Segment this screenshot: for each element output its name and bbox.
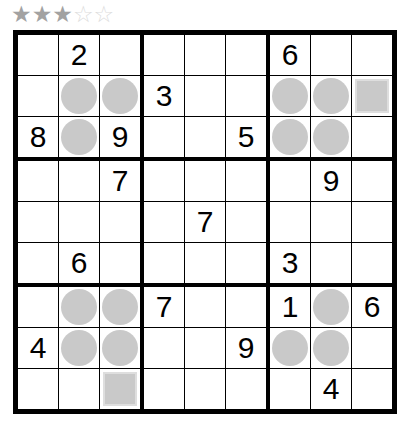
cell-r2c3[interactable] <box>100 76 144 117</box>
cell-r3c1[interactable]: 8 <box>18 117 59 161</box>
cell-r1c8[interactable] <box>311 35 352 76</box>
cell-r6c7[interactable]: 3 <box>270 243 311 287</box>
odd-circle-marker <box>61 78 97 114</box>
star-filled-icon: ★ <box>52 0 73 28</box>
given-digit: 4 <box>323 374 340 404</box>
star-empty-icon: ☆ <box>94 0 115 28</box>
cell-r9c9[interactable] <box>352 369 392 409</box>
cell-r9c3[interactable] <box>100 369 144 409</box>
cell-r6c1[interactable] <box>18 243 59 287</box>
cell-r6c9[interactable] <box>352 243 392 287</box>
cell-r7c1[interactable] <box>18 287 59 328</box>
cell-r4c6[interactable] <box>226 161 270 202</box>
cell-r1c6[interactable] <box>226 35 270 76</box>
cell-r4c4[interactable] <box>144 161 185 202</box>
given-digit: 5 <box>238 122 255 152</box>
cell-r8c5[interactable] <box>185 328 226 369</box>
cell-r9c2[interactable] <box>59 369 100 409</box>
cell-r9c1[interactable] <box>18 369 59 409</box>
cell-r3c3[interactable]: 9 <box>100 117 144 161</box>
cell-r8c3[interactable] <box>100 328 144 369</box>
cell-r7c6[interactable] <box>226 287 270 328</box>
odd-circle-marker <box>313 330 349 366</box>
cell-r3c8[interactable] <box>311 117 352 161</box>
cell-r6c2[interactable]: 6 <box>59 243 100 287</box>
cell-r1c9[interactable] <box>352 35 392 76</box>
cell-r3c4[interactable] <box>144 117 185 161</box>
cell-r7c9[interactable]: 6 <box>352 287 392 328</box>
cell-r3c2[interactable] <box>59 117 100 161</box>
cell-r9c5[interactable] <box>185 369 226 409</box>
difficulty-rating: ★★★☆☆ <box>11 0 114 28</box>
given-digit: 2 <box>71 40 88 70</box>
odd-circle-marker <box>272 119 308 155</box>
given-digit: 1 <box>282 292 299 322</box>
cell-r3c5[interactable] <box>185 117 226 161</box>
cell-r1c7[interactable]: 6 <box>270 35 311 76</box>
cell-r7c2[interactable] <box>59 287 100 328</box>
cell-r9c4[interactable] <box>144 369 185 409</box>
cell-r7c3[interactable] <box>100 287 144 328</box>
given-digit: 4 <box>30 333 47 363</box>
cell-r4c5[interactable] <box>185 161 226 202</box>
cell-r7c4[interactable]: 7 <box>144 287 185 328</box>
cell-r8c8[interactable] <box>311 328 352 369</box>
cell-r4c8[interactable]: 9 <box>311 161 352 202</box>
cell-r5c7[interactable] <box>270 202 311 243</box>
cell-r3c7[interactable] <box>270 117 311 161</box>
cell-r5c1[interactable] <box>18 202 59 243</box>
odd-circle-marker <box>313 119 349 155</box>
cell-r8c4[interactable] <box>144 328 185 369</box>
cell-r6c4[interactable] <box>144 243 185 287</box>
cell-r2c5[interactable] <box>185 76 226 117</box>
star-filled-icon: ★ <box>11 0 32 28</box>
given-digit: 6 <box>364 292 381 322</box>
given-digit: 9 <box>238 333 255 363</box>
given-digit: 7 <box>197 207 214 237</box>
cell-r9c8[interactable]: 4 <box>311 369 352 409</box>
odd-circle-marker <box>102 330 138 366</box>
cell-r6c6[interactable] <box>226 243 270 287</box>
cell-r5c8[interactable] <box>311 202 352 243</box>
cell-r2c8[interactable] <box>311 76 352 117</box>
odd-circle-marker <box>102 289 138 325</box>
cell-r5c6[interactable] <box>226 202 270 243</box>
cell-r8c2[interactable] <box>59 328 100 369</box>
cell-r2c1[interactable] <box>18 76 59 117</box>
cell-r9c7[interactable] <box>270 369 311 409</box>
odd-circle-marker <box>313 78 349 114</box>
cell-r7c7[interactable]: 1 <box>270 287 311 328</box>
cell-r6c8[interactable] <box>311 243 352 287</box>
cell-r2c2[interactable] <box>59 76 100 117</box>
cell-r4c7[interactable] <box>270 161 311 202</box>
given-digit: 7 <box>112 166 129 196</box>
cell-r1c4[interactable] <box>144 35 185 76</box>
odd-circle-marker <box>313 289 349 325</box>
cell-r5c3[interactable] <box>100 202 144 243</box>
cell-r3c6[interactable]: 5 <box>226 117 270 161</box>
cell-r8c9[interactable] <box>352 328 392 369</box>
even-square-marker <box>103 372 137 406</box>
cell-r2c4[interactable]: 3 <box>144 76 185 117</box>
given-digit: 9 <box>112 122 129 152</box>
odd-circle-marker <box>61 330 97 366</box>
cell-r5c5[interactable]: 7 <box>185 202 226 243</box>
given-digit: 3 <box>156 81 173 111</box>
cell-r3c9[interactable] <box>352 117 392 161</box>
odd-circle-marker <box>61 119 97 155</box>
odd-circle-marker <box>61 289 97 325</box>
star-filled-icon: ★ <box>32 0 53 28</box>
given-digit: 6 <box>71 248 88 278</box>
given-digit: 7 <box>156 292 173 322</box>
cell-r5c9[interactable] <box>352 202 392 243</box>
cell-r1c3[interactable] <box>100 35 144 76</box>
cell-r9c6[interactable] <box>226 369 270 409</box>
cell-r1c1[interactable] <box>18 35 59 76</box>
cell-r2c9[interactable] <box>352 76 392 117</box>
cell-r5c4[interactable] <box>144 202 185 243</box>
cell-r4c2[interactable] <box>59 161 100 202</box>
cell-r4c9[interactable] <box>352 161 392 202</box>
sudoku-page: ★★★☆☆ 26389579763716494 <box>0 0 403 421</box>
cell-r6c3[interactable] <box>100 243 144 287</box>
given-digit: 6 <box>282 40 299 70</box>
odd-circle-marker <box>102 78 138 114</box>
sudoku-board[interactable]: 26389579763716494 <box>13 30 397 414</box>
cell-r6c5[interactable] <box>185 243 226 287</box>
cell-r2c7[interactable] <box>270 76 311 117</box>
given-digit: 9 <box>323 166 340 196</box>
given-digit: 8 <box>30 122 47 152</box>
cell-r7c5[interactable] <box>185 287 226 328</box>
cell-r1c5[interactable] <box>185 35 226 76</box>
odd-circle-marker <box>272 330 308 366</box>
cell-r4c1[interactable] <box>18 161 59 202</box>
cell-r5c2[interactable] <box>59 202 100 243</box>
star-empty-icon: ☆ <box>73 0 94 28</box>
cell-r7c8[interactable] <box>311 287 352 328</box>
cell-r4c3[interactable]: 7 <box>100 161 144 202</box>
cell-r8c1[interactable]: 4 <box>18 328 59 369</box>
cell-r2c6[interactable] <box>226 76 270 117</box>
even-square-marker <box>355 79 389 113</box>
cell-r1c2[interactable]: 2 <box>59 35 100 76</box>
cell-r8c6[interactable]: 9 <box>226 328 270 369</box>
cell-r8c7[interactable] <box>270 328 311 369</box>
given-digit: 3 <box>282 248 299 278</box>
odd-circle-marker <box>272 78 308 114</box>
